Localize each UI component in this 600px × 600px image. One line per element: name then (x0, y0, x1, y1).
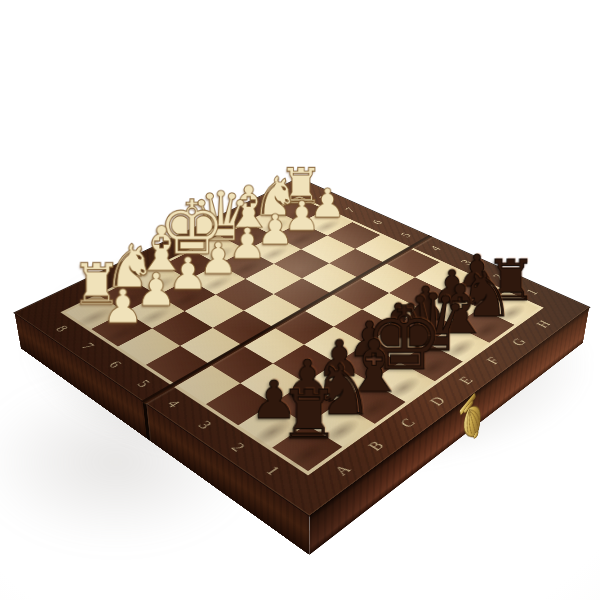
white-pawn-glyph: ♟ (102, 283, 144, 330)
file-label-front-H: H (533, 318, 554, 330)
file-label-front-A: A (331, 462, 356, 479)
black-rook-glyph: ♜ (279, 381, 340, 449)
rank-label-right-4: 4 (427, 244, 444, 252)
rank-label-left-7: 7 (78, 341, 98, 352)
rank-label-left-5: 5 (133, 378, 153, 390)
file-label-front-C: C (397, 416, 420, 431)
rank-label-left-4: 4 (163, 398, 184, 411)
rank-label-left-2: 2 (227, 440, 248, 454)
photo-stage: 8765432187654321ABCDEFGH (0, 0, 600, 600)
rank-label-right-6: 6 (370, 218, 386, 226)
rank-label-left-6: 6 (105, 359, 125, 371)
file-label-front-B: B (365, 438, 389, 453)
box-side-hinge-gap (143, 401, 150, 441)
file-label-front-D: D (426, 394, 449, 408)
rank-label-left-1: 1 (262, 464, 284, 479)
rank-label-left-3: 3 (194, 419, 215, 432)
file-label-front-F: F (483, 355, 504, 367)
file-label-front-E: E (456, 374, 478, 387)
file-label-front-G: G (508, 336, 530, 348)
rank-label-right-5: 5 (398, 231, 415, 239)
rank-label-left-8: 8 (52, 324, 71, 335)
